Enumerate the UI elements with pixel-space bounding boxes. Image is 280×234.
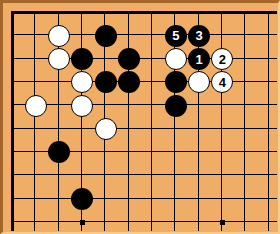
board-cell: [268, 221, 277, 231]
star-point: [80, 220, 85, 225]
board-cell: [244, 58, 267, 81]
board-cell: [11, 174, 34, 197]
board-cell: [128, 11, 151, 34]
board-cell: [198, 151, 221, 174]
board-cell: [244, 34, 267, 57]
board-cell: [174, 128, 197, 151]
white-stone: [95, 118, 117, 140]
board-cell: [268, 104, 277, 127]
board-cell: [58, 221, 81, 231]
board-cell: [81, 151, 104, 174]
board-cell: [221, 104, 244, 127]
board-cell: [128, 221, 151, 231]
white-stone: [48, 25, 70, 47]
board-cell: [11, 221, 34, 231]
board-cell: [128, 128, 151, 151]
board-cell: [221, 151, 244, 174]
board-cell: [174, 174, 197, 197]
board-cell: [174, 198, 197, 221]
go-board-diagram: 53124: [0, 0, 280, 234]
board-cell: [104, 221, 127, 231]
board-cell: [11, 11, 34, 34]
board-cell: [268, 34, 277, 57]
board-cell: [104, 151, 127, 174]
board-cell: [268, 198, 277, 221]
board-cell: [244, 198, 267, 221]
board-cell: [244, 174, 267, 197]
board-cell: [104, 198, 127, 221]
board-cell: [151, 198, 174, 221]
board-cell: [221, 11, 244, 34]
board-cell: [244, 104, 267, 127]
board-cell: [104, 174, 127, 197]
board-cell: [151, 174, 174, 197]
board-cell: [151, 128, 174, 151]
board-cell: [128, 104, 151, 127]
black-stone-move-5: 5: [165, 25, 187, 47]
board-cell: [268, 151, 277, 174]
black-stone: [165, 95, 187, 117]
board-cell: [244, 81, 267, 104]
board-cell: [128, 198, 151, 221]
board-cell: [244, 151, 267, 174]
board-cell: [151, 151, 174, 174]
board-cell: [174, 151, 197, 174]
board-cell: [198, 221, 221, 231]
board-cell: [11, 58, 34, 81]
board-cell: [128, 174, 151, 197]
board-cell: [174, 221, 197, 231]
white-stone: [165, 48, 187, 70]
board-cell: [34, 221, 57, 231]
board-cell: [244, 221, 267, 231]
board-cell: [268, 11, 277, 34]
board-cell: [11, 34, 34, 57]
board-cell: [221, 174, 244, 197]
board-cell: [11, 151, 34, 174]
black-stone-move-3: 3: [188, 25, 210, 47]
board-cell: [198, 174, 221, 197]
board-cell: [198, 128, 221, 151]
board-cell: [128, 151, 151, 174]
board-cell: [151, 221, 174, 231]
star-point: [220, 220, 225, 225]
board-cell: [198, 104, 221, 127]
board-cell: [221, 198, 244, 221]
board-cell: [244, 11, 267, 34]
board-cell: [11, 198, 34, 221]
board-cell: [34, 198, 57, 221]
go-board: 53124: [3, 3, 278, 232]
board-cell: [11, 128, 34, 151]
board-cell: [268, 128, 277, 151]
board-cell: [221, 128, 244, 151]
black-stone: [95, 25, 117, 47]
board-cell: [34, 174, 57, 197]
board-cell: [268, 58, 277, 81]
white-stone: [25, 95, 47, 117]
board-cell: [268, 174, 277, 197]
board-cell: [268, 81, 277, 104]
board-cell: [198, 198, 221, 221]
board-cell: [244, 128, 267, 151]
